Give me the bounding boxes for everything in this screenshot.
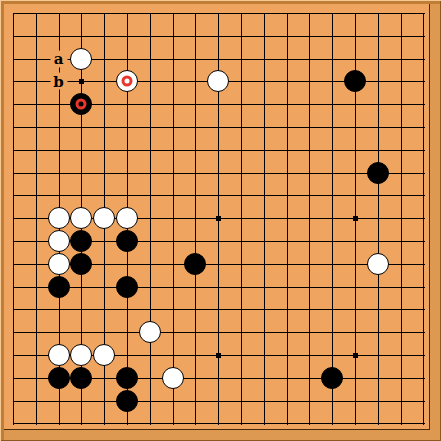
- point-2-10[interactable]: [24, 207, 47, 230]
- point-19-10[interactable]: [412, 207, 435, 230]
- point-6-7[interactable]: [116, 138, 139, 161]
- point-14-15[interactable]: [298, 321, 321, 344]
- point-6-2[interactable]: [116, 24, 139, 47]
- point-14-1[interactable]: [298, 2, 321, 25]
- point-16-1[interactable]: [344, 2, 367, 25]
- point-7-1[interactable]: [138, 2, 161, 25]
- point-1-8[interactable]: [2, 161, 25, 184]
- point-6-17[interactable]: ●: [116, 366, 139, 389]
- point-1-18[interactable]: [2, 389, 25, 412]
- point-16-12[interactable]: [344, 252, 367, 275]
- point-12-9[interactable]: [252, 184, 275, 207]
- point-13-4[interactable]: [275, 70, 298, 93]
- point-6-18[interactable]: ●: [116, 389, 139, 412]
- point-4-19[interactable]: [70, 412, 93, 435]
- point-4-10[interactable]: ●: [70, 207, 93, 230]
- point-10-8[interactable]: [207, 161, 230, 184]
- point-14-4[interactable]: [298, 70, 321, 93]
- point-6-13[interactable]: ●: [116, 275, 139, 298]
- point-6-10[interactable]: ●: [116, 207, 139, 230]
- point-17-17[interactable]: [366, 366, 389, 389]
- point-19-4[interactable]: [412, 70, 435, 93]
- point-2-13[interactable]: [24, 275, 47, 298]
- point-14-5[interactable]: [298, 93, 321, 116]
- point-17-6[interactable]: [366, 116, 389, 139]
- point-2-12[interactable]: [24, 252, 47, 275]
- point-3-7[interactable]: [47, 138, 70, 161]
- point-16-7[interactable]: [344, 138, 367, 161]
- point-12-12[interactable]: [252, 252, 275, 275]
- point-15-17[interactable]: ●: [321, 366, 344, 389]
- point-2-1[interactable]: [24, 2, 47, 25]
- point-10-17[interactable]: [207, 366, 230, 389]
- point-13-6[interactable]: [275, 116, 298, 139]
- point-10-2[interactable]: [207, 24, 230, 47]
- point-8-18[interactable]: [161, 389, 184, 412]
- point-8-10[interactable]: [161, 207, 184, 230]
- point-7-14[interactable]: [138, 298, 161, 321]
- point-13-10[interactable]: [275, 207, 298, 230]
- point-19-6[interactable]: [412, 116, 435, 139]
- point-11-13[interactable]: [230, 275, 253, 298]
- point-8-3[interactable]: [161, 47, 184, 70]
- point-12-10[interactable]: [252, 207, 275, 230]
- point-19-7[interactable]: [412, 138, 435, 161]
- point-7-15[interactable]: ●: [138, 321, 161, 344]
- point-4-1[interactable]: [70, 2, 93, 25]
- point-13-3[interactable]: [275, 47, 298, 70]
- point-10-6[interactable]: [207, 116, 230, 139]
- point-9-11[interactable]: [184, 230, 207, 253]
- point-10-16[interactable]: [207, 344, 230, 367]
- point-8-15[interactable]: [161, 321, 184, 344]
- point-8-8[interactable]: [161, 161, 184, 184]
- point-13-18[interactable]: [275, 389, 298, 412]
- point-13-14[interactable]: [275, 298, 298, 321]
- point-7-9[interactable]: [138, 184, 161, 207]
- point-5-17[interactable]: [93, 366, 116, 389]
- point-15-19[interactable]: [321, 412, 344, 435]
- point-19-14[interactable]: [412, 298, 435, 321]
- point-4-3[interactable]: ●: [70, 47, 93, 70]
- point-5-5[interactable]: [93, 93, 116, 116]
- point-9-7[interactable]: [184, 138, 207, 161]
- point-7-4[interactable]: [138, 70, 161, 93]
- point-11-14[interactable]: [230, 298, 253, 321]
- point-19-15[interactable]: [412, 321, 435, 344]
- point-17-14[interactable]: [366, 298, 389, 321]
- point-7-11[interactable]: [138, 230, 161, 253]
- point-9-6[interactable]: [184, 116, 207, 139]
- point-12-4[interactable]: [252, 70, 275, 93]
- point-12-6[interactable]: [252, 116, 275, 139]
- point-7-3[interactable]: [138, 47, 161, 70]
- point-19-18[interactable]: [412, 389, 435, 412]
- point-10-19[interactable]: [207, 412, 230, 435]
- point-15-12[interactable]: [321, 252, 344, 275]
- point-2-15[interactable]: [24, 321, 47, 344]
- point-3-4[interactable]: b: [47, 70, 70, 93]
- point-9-2[interactable]: [184, 24, 207, 47]
- point-15-7[interactable]: [321, 138, 344, 161]
- point-14-17[interactable]: [298, 366, 321, 389]
- point-12-15[interactable]: [252, 321, 275, 344]
- point-9-16[interactable]: [184, 344, 207, 367]
- point-10-15[interactable]: [207, 321, 230, 344]
- point-3-9[interactable]: [47, 184, 70, 207]
- point-5-18[interactable]: [93, 389, 116, 412]
- point-3-17[interactable]: ●: [47, 366, 70, 389]
- point-1-9[interactable]: [2, 184, 25, 207]
- point-13-8[interactable]: [275, 161, 298, 184]
- point-8-2[interactable]: [161, 24, 184, 47]
- point-14-6[interactable]: [298, 116, 321, 139]
- point-16-2[interactable]: [344, 24, 367, 47]
- point-13-1[interactable]: [275, 2, 298, 25]
- point-18-10[interactable]: [389, 207, 412, 230]
- point-11-8[interactable]: [230, 161, 253, 184]
- point-18-15[interactable]: [389, 321, 412, 344]
- point-2-8[interactable]: [24, 161, 47, 184]
- point-16-18[interactable]: [344, 389, 367, 412]
- point-10-11[interactable]: [207, 230, 230, 253]
- point-3-5[interactable]: [47, 93, 70, 116]
- point-12-14[interactable]: [252, 298, 275, 321]
- point-18-5[interactable]: [389, 93, 412, 116]
- point-5-12[interactable]: [93, 252, 116, 275]
- point-11-11[interactable]: [230, 230, 253, 253]
- point-5-8[interactable]: [93, 161, 116, 184]
- point-10-18[interactable]: [207, 389, 230, 412]
- point-10-14[interactable]: [207, 298, 230, 321]
- point-10-5[interactable]: [207, 93, 230, 116]
- point-15-4[interactable]: [321, 70, 344, 93]
- point-3-6[interactable]: [47, 116, 70, 139]
- point-2-6[interactable]: [24, 116, 47, 139]
- point-17-4[interactable]: [366, 70, 389, 93]
- point-3-12[interactable]: ●: [47, 252, 70, 275]
- point-5-3[interactable]: [93, 47, 116, 70]
- point-18-12[interactable]: [389, 252, 412, 275]
- point-8-13[interactable]: [161, 275, 184, 298]
- point-17-16[interactable]: [366, 344, 389, 367]
- point-11-16[interactable]: [230, 344, 253, 367]
- point-2-11[interactable]: [24, 230, 47, 253]
- point-6-4[interactable]: ●: [116, 70, 139, 93]
- point-18-1[interactable]: [389, 2, 412, 25]
- point-13-7[interactable]: [275, 138, 298, 161]
- point-9-4[interactable]: [184, 70, 207, 93]
- point-1-14[interactable]: [2, 298, 25, 321]
- point-8-19[interactable]: [161, 412, 184, 435]
- point-11-9[interactable]: [230, 184, 253, 207]
- point-11-5[interactable]: [230, 93, 253, 116]
- point-4-18[interactable]: [70, 389, 93, 412]
- point-6-15[interactable]: [116, 321, 139, 344]
- point-17-13[interactable]: [366, 275, 389, 298]
- point-15-14[interactable]: [321, 298, 344, 321]
- point-15-8[interactable]: [321, 161, 344, 184]
- point-4-14[interactable]: [70, 298, 93, 321]
- point-14-14[interactable]: [298, 298, 321, 321]
- point-8-17[interactable]: ●: [161, 366, 184, 389]
- point-1-1[interactable]: [2, 2, 25, 25]
- point-7-10[interactable]: [138, 207, 161, 230]
- point-19-16[interactable]: [412, 344, 435, 367]
- point-5-19[interactable]: [93, 412, 116, 435]
- point-1-5[interactable]: [2, 93, 25, 116]
- point-13-5[interactable]: [275, 93, 298, 116]
- point-2-18[interactable]: [24, 389, 47, 412]
- point-19-1[interactable]: [412, 2, 435, 25]
- point-15-5[interactable]: [321, 93, 344, 116]
- point-11-17[interactable]: [230, 366, 253, 389]
- point-3-8[interactable]: [47, 161, 70, 184]
- point-4-4[interactable]: [70, 70, 93, 93]
- point-19-9[interactable]: [412, 184, 435, 207]
- point-9-10[interactable]: [184, 207, 207, 230]
- point-12-18[interactable]: [252, 389, 275, 412]
- point-2-19[interactable]: [24, 412, 47, 435]
- point-1-12[interactable]: [2, 252, 25, 275]
- point-3-13[interactable]: ●: [47, 275, 70, 298]
- point-3-3[interactable]: a: [47, 47, 70, 70]
- point-4-8[interactable]: [70, 161, 93, 184]
- point-14-12[interactable]: [298, 252, 321, 275]
- point-2-7[interactable]: [24, 138, 47, 161]
- point-6-1[interactable]: [116, 2, 139, 25]
- point-18-4[interactable]: [389, 70, 412, 93]
- point-13-15[interactable]: [275, 321, 298, 344]
- point-12-13[interactable]: [252, 275, 275, 298]
- point-10-9[interactable]: [207, 184, 230, 207]
- point-5-13[interactable]: [93, 275, 116, 298]
- point-1-19[interactable]: [2, 412, 25, 435]
- point-5-4[interactable]: [93, 70, 116, 93]
- point-10-7[interactable]: [207, 138, 230, 161]
- point-8-5[interactable]: [161, 93, 184, 116]
- point-7-7[interactable]: [138, 138, 161, 161]
- point-14-3[interactable]: [298, 47, 321, 70]
- point-12-2[interactable]: [252, 24, 275, 47]
- point-7-8[interactable]: [138, 161, 161, 184]
- point-18-16[interactable]: [389, 344, 412, 367]
- point-9-1[interactable]: [184, 2, 207, 25]
- point-18-17[interactable]: [389, 366, 412, 389]
- point-9-19[interactable]: [184, 412, 207, 435]
- point-11-6[interactable]: [230, 116, 253, 139]
- point-8-4[interactable]: [161, 70, 184, 93]
- point-19-12[interactable]: [412, 252, 435, 275]
- point-9-3[interactable]: [184, 47, 207, 70]
- point-15-10[interactable]: [321, 207, 344, 230]
- point-2-9[interactable]: [24, 184, 47, 207]
- point-1-7[interactable]: [2, 138, 25, 161]
- point-14-10[interactable]: [298, 207, 321, 230]
- point-6-6[interactable]: [116, 116, 139, 139]
- point-13-11[interactable]: [275, 230, 298, 253]
- point-7-17[interactable]: [138, 366, 161, 389]
- point-9-8[interactable]: [184, 161, 207, 184]
- point-15-6[interactable]: [321, 116, 344, 139]
- point-5-16[interactable]: ●: [93, 344, 116, 367]
- point-5-10[interactable]: ●: [93, 207, 116, 230]
- point-7-5[interactable]: [138, 93, 161, 116]
- point-8-7[interactable]: [161, 138, 184, 161]
- point-4-16[interactable]: ●: [70, 344, 93, 367]
- point-18-6[interactable]: [389, 116, 412, 139]
- point-17-9[interactable]: [366, 184, 389, 207]
- point-6-12[interactable]: [116, 252, 139, 275]
- point-4-7[interactable]: [70, 138, 93, 161]
- point-4-13[interactable]: [70, 275, 93, 298]
- point-12-11[interactable]: [252, 230, 275, 253]
- point-18-13[interactable]: [389, 275, 412, 298]
- point-4-2[interactable]: [70, 24, 93, 47]
- point-8-9[interactable]: [161, 184, 184, 207]
- point-16-17[interactable]: [344, 366, 367, 389]
- point-6-11[interactable]: ●: [116, 230, 139, 253]
- point-14-9[interactable]: [298, 184, 321, 207]
- point-16-6[interactable]: [344, 116, 367, 139]
- point-7-2[interactable]: [138, 24, 161, 47]
- point-15-13[interactable]: [321, 275, 344, 298]
- point-14-8[interactable]: [298, 161, 321, 184]
- point-3-11[interactable]: ●: [47, 230, 70, 253]
- point-17-15[interactable]: [366, 321, 389, 344]
- point-14-7[interactable]: [298, 138, 321, 161]
- point-19-5[interactable]: [412, 93, 435, 116]
- point-3-19[interactable]: [47, 412, 70, 435]
- point-2-2[interactable]: [24, 24, 47, 47]
- point-2-14[interactable]: [24, 298, 47, 321]
- point-15-3[interactable]: [321, 47, 344, 70]
- point-17-5[interactable]: [366, 93, 389, 116]
- point-15-11[interactable]: [321, 230, 344, 253]
- point-7-13[interactable]: [138, 275, 161, 298]
- point-10-4[interactable]: ●: [207, 70, 230, 93]
- point-16-14[interactable]: [344, 298, 367, 321]
- point-2-4[interactable]: [24, 70, 47, 93]
- point-1-3[interactable]: [2, 47, 25, 70]
- point-17-19[interactable]: [366, 412, 389, 435]
- point-4-17[interactable]: ●: [70, 366, 93, 389]
- point-15-9[interactable]: [321, 184, 344, 207]
- point-13-17[interactable]: [275, 366, 298, 389]
- point-17-11[interactable]: [366, 230, 389, 253]
- point-16-19[interactable]: [344, 412, 367, 435]
- point-6-16[interactable]: [116, 344, 139, 367]
- point-19-13[interactable]: [412, 275, 435, 298]
- point-10-10[interactable]: [207, 207, 230, 230]
- point-18-7[interactable]: [389, 138, 412, 161]
- point-12-3[interactable]: [252, 47, 275, 70]
- point-9-12[interactable]: ●: [184, 252, 207, 275]
- point-17-8[interactable]: ●: [366, 161, 389, 184]
- point-16-8[interactable]: [344, 161, 367, 184]
- point-19-8[interactable]: [412, 161, 435, 184]
- point-1-17[interactable]: [2, 366, 25, 389]
- point-17-10[interactable]: [366, 207, 389, 230]
- point-12-17[interactable]: [252, 366, 275, 389]
- point-14-11[interactable]: [298, 230, 321, 253]
- point-18-2[interactable]: [389, 24, 412, 47]
- point-1-15[interactable]: [2, 321, 25, 344]
- point-14-16[interactable]: [298, 344, 321, 367]
- point-1-16[interactable]: [2, 344, 25, 367]
- point-8-1[interactable]: [161, 2, 184, 25]
- point-8-12[interactable]: [161, 252, 184, 275]
- point-11-10[interactable]: [230, 207, 253, 230]
- point-8-14[interactable]: [161, 298, 184, 321]
- point-5-9[interactable]: [93, 184, 116, 207]
- point-9-17[interactable]: [184, 366, 207, 389]
- point-18-14[interactable]: [389, 298, 412, 321]
- point-3-2[interactable]: [47, 24, 70, 47]
- point-3-15[interactable]: [47, 321, 70, 344]
- point-19-3[interactable]: [412, 47, 435, 70]
- point-18-9[interactable]: [389, 184, 412, 207]
- point-4-15[interactable]: [70, 321, 93, 344]
- point-11-12[interactable]: [230, 252, 253, 275]
- point-10-13[interactable]: [207, 275, 230, 298]
- point-1-13[interactable]: [2, 275, 25, 298]
- point-18-11[interactable]: [389, 230, 412, 253]
- point-19-19[interactable]: [412, 412, 435, 435]
- point-8-16[interactable]: [161, 344, 184, 367]
- point-5-2[interactable]: [93, 24, 116, 47]
- point-17-12[interactable]: ●: [366, 252, 389, 275]
- point-17-2[interactable]: [366, 24, 389, 47]
- point-5-1[interactable]: [93, 2, 116, 25]
- point-10-1[interactable]: [207, 2, 230, 25]
- point-12-19[interactable]: [252, 412, 275, 435]
- point-4-5[interactable]: ●: [70, 93, 93, 116]
- point-1-4[interactable]: [2, 70, 25, 93]
- point-11-4[interactable]: [230, 70, 253, 93]
- point-19-17[interactable]: [412, 366, 435, 389]
- point-16-10[interactable]: [344, 207, 367, 230]
- point-1-11[interactable]: [2, 230, 25, 253]
- point-12-1[interactable]: [252, 2, 275, 25]
- point-11-18[interactable]: [230, 389, 253, 412]
- point-9-13[interactable]: [184, 275, 207, 298]
- point-10-12[interactable]: [207, 252, 230, 275]
- point-1-6[interactable]: [2, 116, 25, 139]
- point-2-3[interactable]: [24, 47, 47, 70]
- point-6-3[interactable]: [116, 47, 139, 70]
- point-10-3[interactable]: [207, 47, 230, 70]
- point-16-13[interactable]: [344, 275, 367, 298]
- point-7-18[interactable]: [138, 389, 161, 412]
- point-15-1[interactable]: [321, 2, 344, 25]
- point-4-12[interactable]: ●: [70, 252, 93, 275]
- point-15-16[interactable]: [321, 344, 344, 367]
- point-5-14[interactable]: [93, 298, 116, 321]
- point-18-19[interactable]: [389, 412, 412, 435]
- point-17-18[interactable]: [366, 389, 389, 412]
- point-6-19[interactable]: [116, 412, 139, 435]
- point-3-1[interactable]: [47, 2, 70, 25]
- point-16-9[interactable]: [344, 184, 367, 207]
- point-2-17[interactable]: [24, 366, 47, 389]
- point-3-14[interactable]: [47, 298, 70, 321]
- point-3-18[interactable]: [47, 389, 70, 412]
- point-19-2[interactable]: [412, 24, 435, 47]
- point-1-10[interactable]: [2, 207, 25, 230]
- point-13-12[interactable]: [275, 252, 298, 275]
- point-15-18[interactable]: [321, 389, 344, 412]
